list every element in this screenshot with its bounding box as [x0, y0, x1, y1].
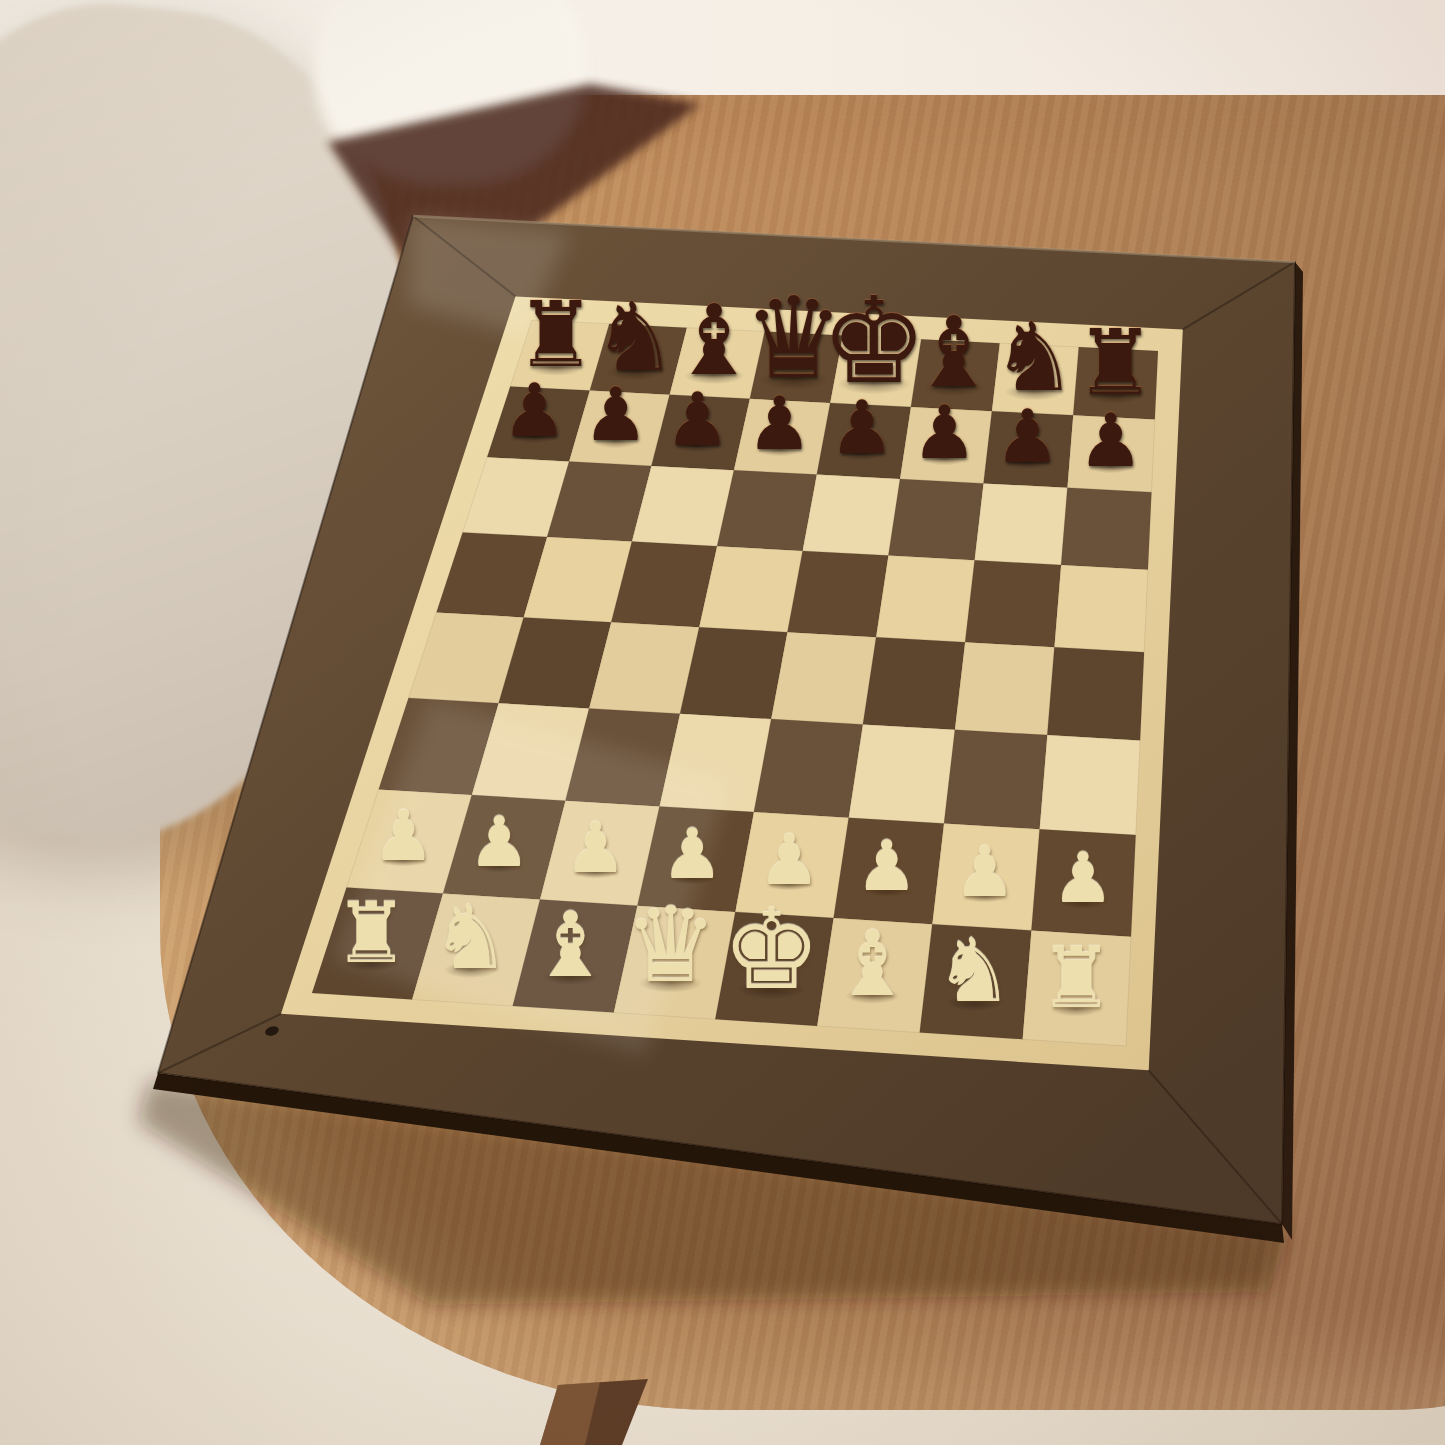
piece-white-king-e1[interactable]: ♚ — [722, 895, 821, 1005]
square-g4[interactable] — [955, 642, 1055, 735]
square-d4[interactable] — [680, 627, 787, 719]
piece-black-pawn-a7[interactable]: ♟ — [501, 374, 567, 448]
square-f4[interactable] — [863, 637, 965, 730]
piece-black-rook-h8[interactable]: ♜ — [1075, 318, 1156, 409]
piece-black-pawn-g7[interactable]: ♟ — [994, 400, 1060, 474]
piece-white-knight-g1[interactable]: ♞ — [935, 927, 1014, 1015]
square-e5[interactable] — [787, 551, 888, 637]
piece-white-pawn-b2[interactable]: ♟ — [468, 807, 530, 877]
piece-black-pawn-c7[interactable]: ♟ — [665, 383, 731, 457]
piece-white-rook-h1[interactable]: ♜ — [1039, 937, 1114, 1021]
piece-white-rook-a1[interactable]: ♜ — [334, 892, 409, 976]
square-h3[interactable] — [1040, 735, 1141, 835]
piece-black-knight-b8[interactable]: ♞ — [592, 290, 677, 385]
square-h6[interactable] — [1061, 488, 1151, 570]
square-h4[interactable] — [1047, 647, 1144, 740]
piece-black-pawn-h7[interactable]: ♟ — [1078, 405, 1144, 479]
piece-black-pawn-b7[interactable]: ♟ — [583, 379, 649, 453]
piece-white-pawn-h2[interactable]: ♟ — [1052, 843, 1114, 913]
piece-white-bishop-c1[interactable]: ♝ — [530, 899, 611, 989]
square-e3[interactable] — [754, 719, 863, 818]
piece-white-queen-d1[interactable]: ♛ — [624, 893, 717, 997]
square-e6[interactable] — [803, 475, 900, 556]
square-f3[interactable] — [849, 724, 955, 823]
square-h5[interactable] — [1054, 565, 1148, 652]
square-d5[interactable] — [699, 546, 802, 632]
square-f5[interactable] — [876, 556, 975, 643]
square-d6[interactable] — [717, 470, 817, 551]
scene: ♜♞♝♛♚♝♞♜♟♟♟♟♟♟♟♟♟♟♟♟♟♟♟♟♜♞♝♛♚♝♞♜ — [0, 0, 1445, 1445]
piece-black-rook-a8[interactable]: ♜ — [515, 290, 596, 381]
square-f6[interactable] — [888, 479, 983, 560]
piece-black-knight-g8[interactable]: ♞ — [992, 310, 1077, 405]
square-g3[interactable] — [944, 730, 1047, 830]
piece-black-pawn-d7[interactable]: ♟ — [747, 387, 813, 461]
piece-black-pawn-e7[interactable]: ♟ — [829, 392, 895, 466]
piece-white-pawn-g2[interactable]: ♟ — [953, 837, 1015, 907]
piece-white-pawn-a2[interactable]: ♟ — [372, 801, 434, 871]
piece-white-pawn-d2[interactable]: ♟ — [661, 819, 723, 889]
piece-white-pawn-e2[interactable]: ♟ — [758, 825, 820, 895]
piece-black-pawn-f7[interactable]: ♟ — [912, 396, 978, 470]
piece-white-pawn-f2[interactable]: ♟ — [856, 831, 918, 901]
piece-white-knight-b1[interactable]: ♞ — [431, 895, 510, 983]
square-g5[interactable] — [965, 560, 1061, 647]
piece-black-bishop-f8[interactable]: ♝ — [910, 304, 997, 401]
chess-board — [0, 0, 1445, 1445]
square-g6[interactable] — [975, 483, 1068, 565]
piece-white-pawn-c2[interactable]: ♟ — [564, 813, 626, 883]
piece-white-bishop-f1[interactable]: ♝ — [832, 919, 913, 1009]
square-e4[interactable] — [771, 632, 876, 724]
